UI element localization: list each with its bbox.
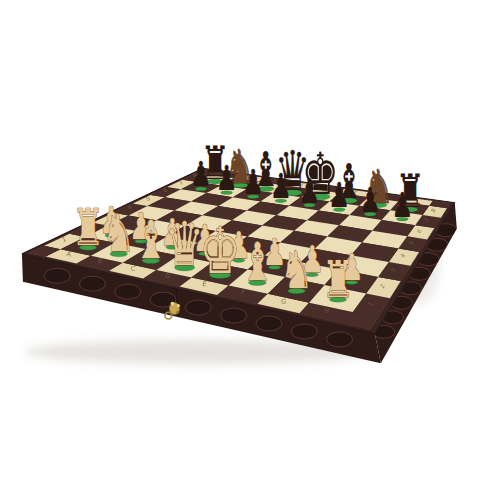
piece-black-pawn-b7[interactable]: ♟: [215, 158, 237, 198]
piece-black-pawn-c7[interactable]: ♟: [242, 162, 264, 202]
piece-white-bishop-f1[interactable]: ♝: [240, 231, 274, 293]
piece-white-rook-h1[interactable]: ♜: [322, 250, 355, 309]
piece-white-queen-d1[interactable]: ♛: [165, 209, 204, 279]
piece-black-pawn-h7[interactable]: ♟: [391, 184, 413, 224]
piece-white-king-e1[interactable]: ♚: [199, 213, 240, 288]
piece-black-pawn-f7[interactable]: ♟: [328, 175, 350, 215]
piece-black-pawn-d7[interactable]: ♟: [270, 166, 292, 206]
piece-black-pawn-a7[interactable]: ♟: [190, 154, 212, 194]
piece-white-knight-b1[interactable]: ♞: [102, 203, 135, 264]
piece-white-bishop-c1[interactable]: ♝: [134, 209, 168, 271]
piece-black-pawn-e7[interactable]: ♟: [298, 170, 320, 210]
chessboard: AABBCCDDEEFFGGHH1122334455667788♜♞♝♛♚♝♞♜…: [0, 0, 500, 500]
chess-set-product-photo: AABBCCDDEEFFGGHH1122334455667788♜♞♝♛♚♝♞♜…: [0, 0, 500, 500]
piece-white-knight-g1[interactable]: ♞: [280, 240, 313, 301]
piece-black-pawn-g7[interactable]: ♟: [359, 180, 381, 220]
piece-white-rook-a1[interactable]: ♜: [72, 198, 105, 257]
